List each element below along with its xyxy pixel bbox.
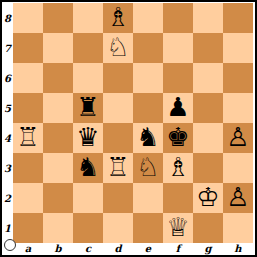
square-b5[interactable] xyxy=(43,93,73,123)
square-b2[interactable] xyxy=(43,183,73,213)
rank-label-2: 2 xyxy=(2,183,13,213)
square-h8[interactable] xyxy=(223,3,253,33)
square-g7[interactable] xyxy=(193,33,223,63)
square-c1[interactable] xyxy=(73,213,103,243)
piece-white-king[interactable]: ♔︎ xyxy=(193,183,223,213)
square-c4[interactable]: ♛︎ xyxy=(73,123,103,153)
square-e1[interactable] xyxy=(133,213,163,243)
piece-white-knight[interactable]: ♘︎ xyxy=(133,153,163,183)
rank-label-5: 5 xyxy=(2,93,13,123)
square-g6[interactable] xyxy=(193,63,223,93)
square-h2[interactable]: ♙︎ xyxy=(223,183,253,213)
square-a8[interactable] xyxy=(13,3,43,33)
square-d3[interactable]: ♖︎ xyxy=(103,153,133,183)
square-d1[interactable] xyxy=(103,213,133,243)
square-d4[interactable] xyxy=(103,123,133,153)
square-g2[interactable]: ♔︎ xyxy=(193,183,223,213)
file-label-a: a xyxy=(13,242,43,255)
piece-black-pawn[interactable]: ♟︎ xyxy=(163,93,193,123)
square-d5[interactable] xyxy=(103,93,133,123)
rank-label-4: 4 xyxy=(2,123,13,153)
file-label-c: c xyxy=(73,242,103,255)
rank-label-3: 3 xyxy=(2,153,13,183)
piece-white-rook[interactable]: ♖︎ xyxy=(103,153,133,183)
square-a6[interactable] xyxy=(13,63,43,93)
square-a7[interactable] xyxy=(13,33,43,63)
piece-white-bishop[interactable]: ♗︎ xyxy=(103,3,133,33)
square-c5[interactable]: ♜︎ xyxy=(73,93,103,123)
square-e8[interactable] xyxy=(133,3,163,33)
square-c7[interactable] xyxy=(73,33,103,63)
square-f7[interactable] xyxy=(163,33,193,63)
white-to-move-indicator xyxy=(4,239,16,251)
square-g8[interactable] xyxy=(193,3,223,33)
square-e5[interactable] xyxy=(133,93,163,123)
piece-black-knight[interactable]: ♞︎ xyxy=(73,153,103,183)
square-f6[interactable] xyxy=(163,63,193,93)
piece-white-knight[interactable]: ♘︎ xyxy=(103,33,133,63)
square-e6[interactable] xyxy=(133,63,163,93)
piece-white-rook[interactable]: ♖︎ xyxy=(13,123,43,153)
square-c3[interactable]: ♞︎ xyxy=(73,153,103,183)
square-d8[interactable]: ♗︎ xyxy=(103,3,133,33)
file-label-b: b xyxy=(43,242,73,255)
square-d6[interactable] xyxy=(103,63,133,93)
square-b4[interactable] xyxy=(43,123,73,153)
square-h4[interactable]: ♙︎ xyxy=(223,123,253,153)
file-labels: abcdefgh xyxy=(13,242,253,255)
square-e3[interactable]: ♘︎ xyxy=(133,153,163,183)
square-h5[interactable] xyxy=(223,93,253,123)
square-g3[interactable] xyxy=(193,153,223,183)
square-b3[interactable] xyxy=(43,153,73,183)
square-e2[interactable] xyxy=(133,183,163,213)
square-g1[interactable] xyxy=(193,213,223,243)
rank-label-8: 8 xyxy=(2,3,13,33)
square-a5[interactable] xyxy=(13,93,43,123)
square-a2[interactable] xyxy=(13,183,43,213)
square-h1[interactable] xyxy=(223,213,253,243)
piece-black-knight[interactable]: ♞︎ xyxy=(133,123,163,153)
chess-diagram: ♗︎♘︎♜︎♟︎♖︎♛︎♞︎♚︎♙︎♞︎♖︎♘︎♗︎♔︎♙︎♕︎ 8765432… xyxy=(0,0,257,257)
square-f4[interactable]: ♚︎ xyxy=(163,123,193,153)
square-a1[interactable] xyxy=(13,213,43,243)
chess-board: ♗︎♘︎♜︎♟︎♖︎♛︎♞︎♚︎♙︎♞︎♖︎♘︎♗︎♔︎♙︎♕︎ xyxy=(13,3,253,243)
piece-black-rook[interactable]: ♜︎ xyxy=(73,93,103,123)
square-b1[interactable] xyxy=(43,213,73,243)
square-a3[interactable] xyxy=(13,153,43,183)
piece-white-bishop[interactable]: ♗︎ xyxy=(163,153,193,183)
square-e4[interactable]: ♞︎ xyxy=(133,123,163,153)
square-h6[interactable] xyxy=(223,63,253,93)
piece-white-queen[interactable]: ♕︎ xyxy=(163,213,193,243)
square-f1[interactable]: ♕︎ xyxy=(163,213,193,243)
square-d7[interactable]: ♘︎ xyxy=(103,33,133,63)
rank-label-6: 6 xyxy=(2,63,13,93)
rank-labels: 87654321 xyxy=(2,3,13,243)
square-a4[interactable]: ♖︎ xyxy=(13,123,43,153)
piece-black-king[interactable]: ♚︎ xyxy=(163,123,193,153)
square-c6[interactable] xyxy=(73,63,103,93)
square-g5[interactable] xyxy=(193,93,223,123)
file-label-g: g xyxy=(193,242,223,255)
square-e7[interactable] xyxy=(133,33,163,63)
square-c8[interactable] xyxy=(73,3,103,33)
square-g4[interactable] xyxy=(193,123,223,153)
rank-label-7: 7 xyxy=(2,33,13,63)
piece-black-queen[interactable]: ♛︎ xyxy=(73,123,103,153)
square-h7[interactable] xyxy=(223,33,253,63)
square-c2[interactable] xyxy=(73,183,103,213)
square-d2[interactable] xyxy=(103,183,133,213)
file-label-d: d xyxy=(103,242,133,255)
square-f8[interactable] xyxy=(163,3,193,33)
square-h3[interactable] xyxy=(223,153,253,183)
file-label-f: f xyxy=(163,242,193,255)
square-f3[interactable]: ♗︎ xyxy=(163,153,193,183)
file-label-e: e xyxy=(133,242,163,255)
piece-white-pawn[interactable]: ♙︎ xyxy=(223,183,253,213)
piece-white-pawn[interactable]: ♙︎ xyxy=(223,123,253,153)
square-b7[interactable] xyxy=(43,33,73,63)
square-b6[interactable] xyxy=(43,63,73,93)
square-f5[interactable]: ♟︎ xyxy=(163,93,193,123)
square-f2[interactable] xyxy=(163,183,193,213)
file-label-h: h xyxy=(223,242,253,255)
square-b8[interactable] xyxy=(43,3,73,33)
